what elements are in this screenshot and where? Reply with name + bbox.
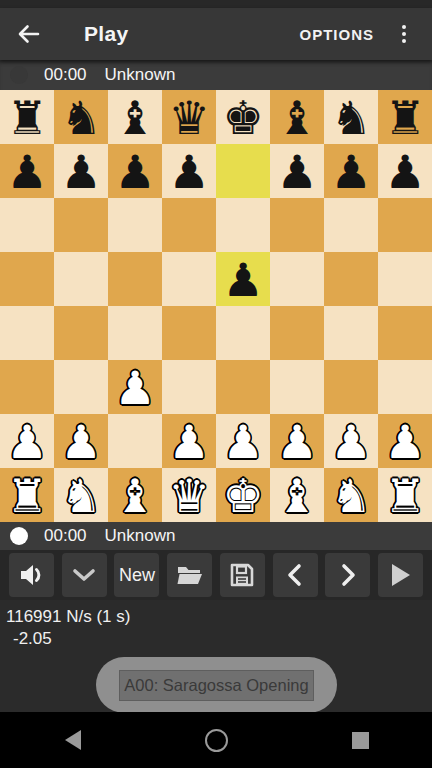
square-d2[interactable]: ♟ <box>162 414 216 468</box>
new-game-button[interactable]: New <box>114 553 159 597</box>
square-e8[interactable]: ♚ <box>216 90 270 144</box>
square-f5[interactable] <box>270 252 324 306</box>
open-folder-icon <box>175 563 205 587</box>
opening-name-text: A00: Saragossa Opening <box>119 670 313 701</box>
play-engine-button[interactable] <box>378 553 423 597</box>
piece-white-knight: ♞ <box>324 468 378 522</box>
piece-white-bishop: ♝ <box>108 468 162 522</box>
piece-black-bishop: ♝ <box>108 90 162 144</box>
opening-name-toast: A00: Saragossa Opening <box>96 657 337 713</box>
nav-recents-icon <box>352 732 369 749</box>
square-d5[interactable] <box>162 252 216 306</box>
piece-black-bishop: ♝ <box>270 90 324 144</box>
step-back-button[interactable] <box>273 553 318 597</box>
square-g7[interactable]: ♟ <box>324 144 378 198</box>
collapse-button[interactable] <box>62 553 107 597</box>
square-b7[interactable]: ♟ <box>54 144 108 198</box>
square-c4[interactable] <box>108 306 162 360</box>
black-player-name: Unknown <box>105 65 176 85</box>
square-g3[interactable] <box>324 360 378 414</box>
square-a1[interactable]: ♜ <box>0 468 54 522</box>
piece-black-knight: ♞ <box>324 90 378 144</box>
square-f1[interactable]: ♝ <box>270 468 324 522</box>
square-f3[interactable] <box>270 360 324 414</box>
square-b4[interactable] <box>54 306 108 360</box>
piece-white-pawn: ♟ <box>54 414 108 468</box>
square-c7[interactable]: ♟ <box>108 144 162 198</box>
square-g8[interactable]: ♞ <box>324 90 378 144</box>
engine-nps-text: 116991 N/s (1 s) <box>0 600 432 628</box>
nav-recents-button[interactable] <box>288 732 432 749</box>
square-b2[interactable]: ♟ <box>54 414 108 468</box>
nav-home-button[interactable] <box>144 729 288 752</box>
white-clock: 00:00 <box>44 526 87 546</box>
overflow-menu-icon[interactable] <box>400 21 408 47</box>
square-e1[interactable]: ♚ <box>216 468 270 522</box>
square-h6[interactable] <box>378 198 432 252</box>
chess-app-screen: Play OPTIONS 00:00 Unknown ♜♞♝♛♚♝♞♜♟♟♟♟♟… <box>0 0 432 768</box>
square-a5[interactable] <box>0 252 54 306</box>
piece-white-queen: ♛ <box>162 468 216 522</box>
square-d1[interactable]: ♛ <box>162 468 216 522</box>
piece-black-rook: ♜ <box>0 90 54 144</box>
white-player-bar: 00:00 Unknown <box>0 522 432 550</box>
square-h2[interactable]: ♟ <box>378 414 432 468</box>
save-button[interactable] <box>220 553 265 597</box>
chevron-down-icon <box>71 564 97 586</box>
nav-home-icon <box>205 729 228 752</box>
square-c5[interactable] <box>108 252 162 306</box>
piece-white-knight: ♞ <box>54 468 108 522</box>
square-a6[interactable] <box>0 198 54 252</box>
piece-white-rook: ♜ <box>378 468 432 522</box>
square-d7[interactable]: ♟ <box>162 144 216 198</box>
square-c6[interactable] <box>108 198 162 252</box>
piece-black-king: ♚ <box>216 90 270 144</box>
square-h7[interactable]: ♟ <box>378 144 432 198</box>
square-c3[interactable]: ♟ <box>108 360 162 414</box>
piece-black-pawn: ♟ <box>0 144 54 198</box>
piece-white-king: ♚ <box>216 468 270 522</box>
square-f8[interactable]: ♝ <box>270 90 324 144</box>
square-a3[interactable] <box>0 360 54 414</box>
piece-black-pawn: ♟ <box>324 144 378 198</box>
square-e7[interactable] <box>216 144 270 198</box>
square-h8[interactable]: ♜ <box>378 90 432 144</box>
square-e3[interactable] <box>216 360 270 414</box>
black-turn-indicator <box>10 66 28 84</box>
square-g1[interactable]: ♞ <box>324 468 378 522</box>
square-c1[interactable]: ♝ <box>108 468 162 522</box>
square-d4[interactable] <box>162 306 216 360</box>
piece-white-pawn: ♟ <box>162 414 216 468</box>
square-c8[interactable]: ♝ <box>108 90 162 144</box>
back-arrow-icon[interactable] <box>12 18 44 50</box>
square-h3[interactable] <box>378 360 432 414</box>
square-h4[interactable] <box>378 306 432 360</box>
play-icon <box>388 562 412 588</box>
chess-board[interactable]: ♜♞♝♛♚♝♞♜♟♟♟♟♟♟♟♟♟♟♟♟♟♟♟♟♜♞♝♛♚♝♞♜ <box>0 90 432 522</box>
square-b6[interactable] <box>54 198 108 252</box>
engine-eval-text: -2.05 <box>0 628 432 650</box>
options-button[interactable]: OPTIONS <box>299 26 374 43</box>
piece-black-knight: ♞ <box>54 90 108 144</box>
piece-black-pawn: ♟ <box>270 144 324 198</box>
piece-black-pawn: ♟ <box>216 252 270 306</box>
square-d3[interactable] <box>162 360 216 414</box>
page-title: Play <box>84 22 128 46</box>
android-nav-bar <box>0 712 432 768</box>
black-player-bar: 00:00 Unknown <box>0 60 432 90</box>
square-h5[interactable] <box>378 252 432 306</box>
square-e5[interactable]: ♟ <box>216 252 270 306</box>
piece-black-pawn: ♟ <box>378 144 432 198</box>
piece-black-pawn: ♟ <box>54 144 108 198</box>
speaker-icon <box>18 562 46 588</box>
white-turn-indicator <box>10 527 28 545</box>
new-game-label: New <box>119 565 155 586</box>
square-b3[interactable] <box>54 360 108 414</box>
square-g5[interactable] <box>324 252 378 306</box>
square-d6[interactable] <box>162 198 216 252</box>
square-e6[interactable] <box>216 198 270 252</box>
piece-white-pawn: ♟ <box>0 414 54 468</box>
piece-black-queen: ♛ <box>162 90 216 144</box>
piece-white-rook: ♜ <box>0 468 54 522</box>
nav-back-icon <box>63 730 81 750</box>
square-a2[interactable]: ♟ <box>0 414 54 468</box>
square-d8[interactable]: ♛ <box>162 90 216 144</box>
square-e2[interactable]: ♟ <box>216 414 270 468</box>
square-a4[interactable] <box>0 306 54 360</box>
square-f2[interactable]: ♟ <box>270 414 324 468</box>
square-h1[interactable]: ♜ <box>378 468 432 522</box>
piece-white-pawn: ♟ <box>324 414 378 468</box>
square-e4[interactable] <box>216 306 270 360</box>
square-f4[interactable] <box>270 306 324 360</box>
status-bar <box>0 0 432 8</box>
square-f7[interactable]: ♟ <box>270 144 324 198</box>
sound-button[interactable] <box>9 553 54 597</box>
square-a8[interactable]: ♜ <box>0 90 54 144</box>
step-forward-button[interactable] <box>325 553 370 597</box>
square-g2[interactable]: ♟ <box>324 414 378 468</box>
square-f6[interactable] <box>270 198 324 252</box>
save-floppy-icon <box>228 561 256 589</box>
square-b5[interactable] <box>54 252 108 306</box>
piece-white-bishop: ♝ <box>270 468 324 522</box>
square-g4[interactable] <box>324 306 378 360</box>
piece-black-rook: ♜ <box>378 90 432 144</box>
piece-white-pawn: ♟ <box>216 414 270 468</box>
piece-white-pawn: ♟ <box>378 414 432 468</box>
piece-black-pawn: ♟ <box>162 144 216 198</box>
piece-white-pawn: ♟ <box>108 360 162 414</box>
square-b1[interactable]: ♞ <box>54 468 108 522</box>
app-bar: Play OPTIONS <box>0 8 432 60</box>
square-a7[interactable]: ♟ <box>0 144 54 198</box>
square-b8[interactable]: ♞ <box>54 90 108 144</box>
black-clock: 00:00 <box>44 65 87 85</box>
open-file-button[interactable] <box>167 553 212 597</box>
piece-black-pawn: ♟ <box>108 144 162 198</box>
square-g6[interactable] <box>324 198 378 252</box>
toolbar: New <box>0 550 432 600</box>
nav-back-button[interactable] <box>0 730 144 750</box>
square-c2[interactable] <box>108 414 162 468</box>
white-player-name: Unknown <box>105 526 176 546</box>
chevron-right-icon <box>338 562 358 588</box>
piece-white-pawn: ♟ <box>270 414 324 468</box>
chevron-left-icon <box>285 562 305 588</box>
